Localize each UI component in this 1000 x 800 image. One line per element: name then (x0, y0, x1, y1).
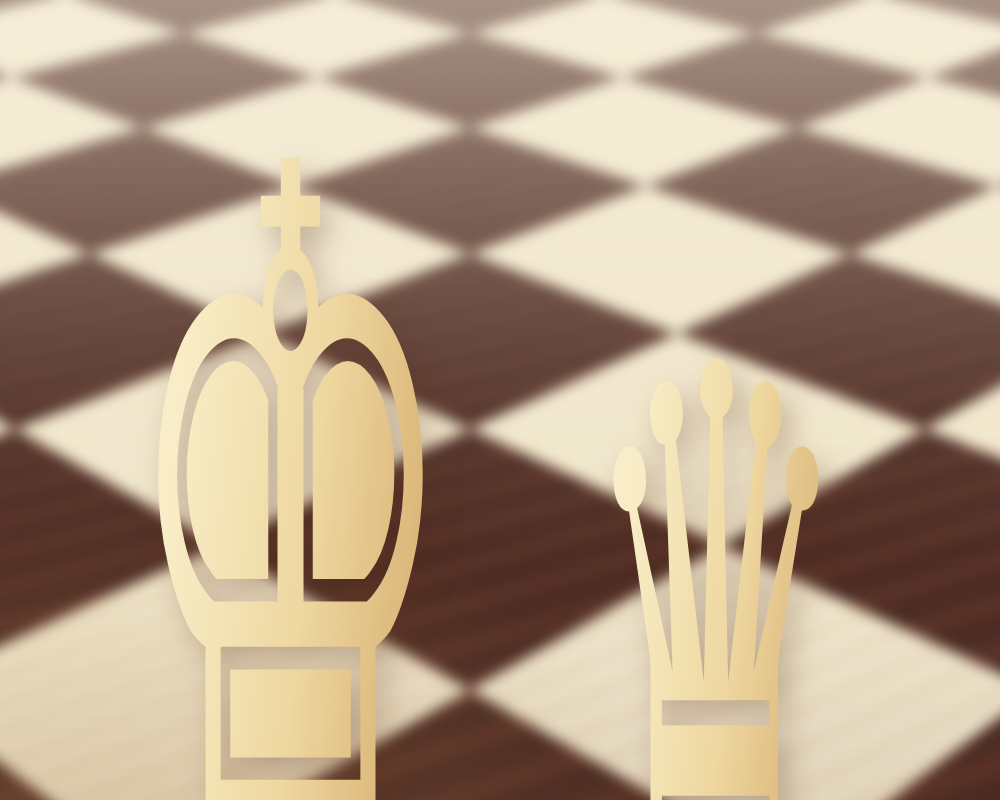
white-king-glyph: ♚ (121, 54, 460, 800)
photo-scene: ♚ ♛ (0, 0, 1000, 800)
white-queen-glyph: ♛ (580, 282, 852, 800)
